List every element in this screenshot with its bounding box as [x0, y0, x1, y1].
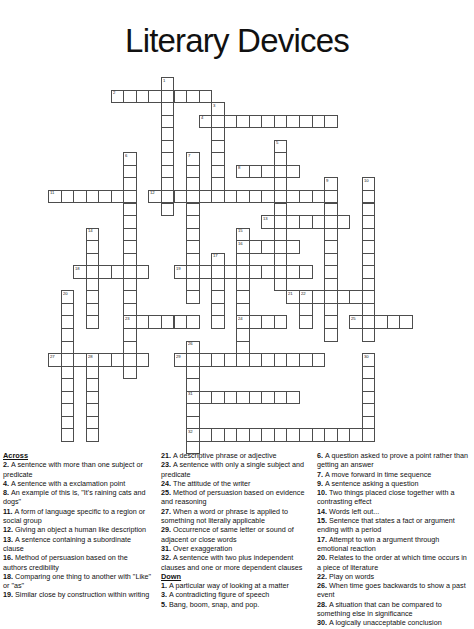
grid-cell-r9c10[interactable]	[174, 190, 188, 204]
grid-cell-r22c15[interactable]	[236, 353, 250, 367]
clue-19-across: 19. Similar close by construction within…	[3, 590, 153, 599]
grid-cell-r15c20[interactable]	[299, 265, 313, 279]
grid-cell-r21c6[interactable]	[123, 341, 137, 355]
grid-cell-r9c13[interactable]	[211, 190, 225, 204]
grid-cell-r21c15[interactable]	[236, 341, 250, 355]
grid-cell-r28c18[interactable]	[274, 428, 288, 442]
grid-cell-r11c20[interactable]	[299, 215, 313, 229]
grid-cell-r12c11[interactable]	[186, 228, 200, 242]
clue-3-down: 3. A contradicting figure of speech	[161, 590, 314, 599]
grid-cell-r14c3[interactable]	[86, 253, 100, 267]
grid-cell-r13c15[interactable]	[236, 240, 250, 254]
grid-cell-r11c22[interactable]	[324, 215, 338, 229]
grid-cell-r5c9[interactable]	[161, 140, 175, 154]
grid-cell-r19c20[interactable]	[299, 315, 313, 329]
grid-cell-r1c12[interactable]	[199, 90, 213, 104]
grid-cell-r8c22[interactable]	[324, 177, 338, 191]
grid-cell-r15c16[interactable]	[249, 265, 263, 279]
grid-cell-r2c9[interactable]	[161, 102, 175, 116]
grid-cell-r7c18[interactable]	[274, 165, 288, 179]
grid-cell-r13c25[interactable]	[362, 240, 376, 254]
grid-cell-r17c23[interactable]	[337, 290, 351, 304]
grid-cell-r21c1[interactable]	[61, 341, 75, 355]
grid-cell-r22c5[interactable]	[111, 353, 125, 367]
grid-cell-r23c3[interactable]	[86, 366, 100, 380]
grid-cell-r11c23[interactable]	[337, 215, 351, 229]
grid-cell-r9c2[interactable]	[73, 190, 87, 204]
grid-cell-r16c15[interactable]	[236, 278, 250, 292]
grid-cell-r12c6[interactable]	[123, 228, 137, 242]
clue-10-down: 10. Two things placed close together wit…	[317, 488, 471, 507]
grid-cell-r27c3[interactable]	[86, 416, 100, 430]
grid-cell-r15c10[interactable]	[174, 265, 188, 279]
grid-cell-r16c25[interactable]	[362, 278, 376, 292]
grid-cell-r19c26[interactable]	[374, 315, 388, 329]
clue-5-down: 5. Bang, boom, snap, and pop.	[161, 600, 314, 609]
grid-cell-r28c15[interactable]	[236, 428, 250, 442]
grid-cell-r10c9[interactable]	[161, 203, 175, 217]
grid-cell-r7c6[interactable]	[123, 165, 137, 179]
grid-cell-r26c11[interactable]	[186, 403, 200, 417]
grid-cell-r22c25[interactable]	[362, 353, 376, 367]
grid-cell-r8c9[interactable]	[161, 177, 175, 191]
grid-cell-r19c10[interactable]	[174, 315, 188, 329]
grid-cell-r8c25[interactable]	[362, 177, 376, 191]
grid-cell-r28c23[interactable]	[337, 428, 351, 442]
grid-cell-r11c6[interactable]	[123, 215, 137, 229]
grid-cell-r13c18[interactable]	[274, 240, 288, 254]
clue-31-across: 31. Over exaggeration	[161, 544, 314, 553]
grid-cell-r3c15[interactable]	[236, 115, 250, 129]
grid-cell-r17c15[interactable]	[236, 290, 250, 304]
grid-cell-r13c22[interactable]	[324, 240, 338, 254]
grid-cell-r13c17[interactable]	[261, 240, 275, 254]
clue-column-3: 6. A question asked to prove a point rat…	[317, 451, 471, 628]
grid-cell-r15c13[interactable]	[211, 265, 225, 279]
clue-11-across: 11. A form of language specific to a reg…	[3, 507, 153, 526]
grid-cell-r22c6[interactable]	[123, 353, 137, 367]
grid-cell-r25c25[interactable]	[362, 391, 376, 405]
clue-25-across: 25. Method of persuasion based on eviden…	[161, 488, 314, 507]
grid-cell-r17c24[interactable]	[349, 290, 363, 304]
grid-cell-r4c13[interactable]	[211, 127, 225, 141]
grid-cell-r22c10[interactable]	[174, 353, 188, 367]
clue-9-down: 9. A sentence asking a question	[317, 479, 471, 488]
grid-cell-r9c20[interactable]	[299, 190, 313, 204]
clue-1-down: 1. A particular way of looking at a matt…	[161, 581, 314, 590]
clue-30-down: 30. A logically unacceptable conclusion	[317, 618, 471, 627]
grid-cell-r28c20[interactable]	[299, 428, 313, 442]
clue-4-across: 4. A sentence with a exclamation point	[3, 479, 153, 488]
grid-cell-r12c15[interactable]	[236, 228, 250, 242]
grid-cell-r12c3[interactable]	[86, 228, 100, 242]
grid-cell-r9c15[interactable]	[236, 190, 250, 204]
grid-cell-r25c1[interactable]	[61, 391, 75, 405]
grid-cell-r21c11[interactable]	[186, 341, 200, 355]
clue-17-down: 17. Attempt to win a argument through em…	[317, 535, 471, 554]
grid-cell-r7c15[interactable]	[236, 165, 250, 179]
grid-cell-r27c11[interactable]	[186, 416, 200, 430]
clue-29-across: 29. Occurrence of same letter or sound o…	[161, 525, 314, 544]
grid-cell-r15c12[interactable]	[199, 265, 213, 279]
grid-cell-r8c11[interactable]	[186, 177, 200, 191]
grid-cell-r9c1[interactable]	[61, 190, 75, 204]
grid-cell-r22c21[interactable]	[312, 353, 326, 367]
grid-cell-r9c5[interactable]	[111, 190, 125, 204]
grid-cell-r19c1[interactable]	[61, 315, 75, 329]
clue-7-down: 7. A move forward in time sequence	[317, 470, 471, 479]
grid-cell-r9c8[interactable]	[148, 190, 162, 204]
grid-cell-r18c3[interactable]	[86, 303, 100, 317]
grid-cell-r15c5[interactable]	[111, 265, 125, 279]
grid-cell-r25c14[interactable]	[224, 391, 238, 405]
crossword-grid: 2481112131618192123242527293132135679101…	[48, 77, 414, 455]
grid-cell-r12c18[interactable]	[274, 228, 288, 242]
grid-cell-r22c14[interactable]	[224, 353, 238, 367]
grid-cell-r26c1[interactable]	[61, 403, 75, 417]
grid-cell-r16c3[interactable]	[86, 278, 100, 292]
grid-cell-r16c13[interactable]	[211, 278, 225, 292]
grid-cell-r6c9[interactable]	[161, 152, 175, 166]
grid-cell-r15c6[interactable]	[123, 265, 137, 279]
grid-cell-r22c2[interactable]	[73, 353, 87, 367]
grid-cell-r15c11[interactable]	[186, 265, 200, 279]
grid-cell-r28c11[interactable]	[186, 428, 200, 442]
grid-cell-r25c17[interactable]	[261, 391, 275, 405]
grid-cell-r4c9[interactable]	[161, 127, 175, 141]
clue-2-across: 2. A sentence with more than one subject…	[3, 460, 153, 479]
grid-cell-r7c9[interactable]	[161, 165, 175, 179]
grid-cell-r14c13[interactable]	[211, 253, 225, 267]
grid-cell-r3c20[interactable]	[299, 115, 313, 129]
grid-cell-r20c6[interactable]	[123, 328, 137, 342]
grid-cell-r1c5[interactable]	[111, 90, 125, 104]
grid-cell-r13c19[interactable]	[286, 240, 300, 254]
grid-cell-r14c25[interactable]	[362, 253, 376, 267]
grid-cell-r12c25[interactable]	[362, 228, 376, 242]
grid-cell-r16c11[interactable]	[186, 278, 200, 292]
grid-cell-r6c11[interactable]	[186, 152, 200, 166]
clue-6-down: 6. A question asked to prove a point rat…	[317, 451, 471, 470]
grid-cell-r11c18[interactable]	[274, 215, 288, 229]
grid-cell-r8c13[interactable]	[211, 177, 225, 191]
grid-cell-r23c6[interactable]	[123, 366, 137, 380]
clue-26-down: 26. When time goes backwards to show a p…	[317, 581, 471, 600]
grid-cell-r28c13[interactable]	[211, 428, 225, 442]
grid-cell-r3c17[interactable]	[261, 115, 275, 129]
grid-cell-r15c22[interactable]	[324, 265, 338, 279]
grid-cell-r11c21[interactable]	[312, 215, 326, 229]
grid-cell-r18c25[interactable]	[362, 303, 376, 317]
clue-32-across: 32. A sentence with two plus independent…	[161, 553, 314, 572]
grid-cell-r15c7[interactable]	[136, 265, 150, 279]
grid-cell-r19c27[interactable]	[387, 315, 401, 329]
grid-cell-r3c22[interactable]	[324, 115, 338, 129]
grid-cell-r15c18[interactable]	[274, 265, 288, 279]
grid-cell-r17c20[interactable]	[299, 290, 313, 304]
grid-cell-r17c3[interactable]	[86, 290, 100, 304]
grid-cell-r28c14[interactable]	[224, 428, 238, 442]
grid-cell-r14c6[interactable]	[123, 253, 137, 267]
grid-cell-r10c22[interactable]	[324, 203, 338, 217]
grid-cell-r9c22[interactable]	[324, 190, 338, 204]
grid-cell-r5c18[interactable]	[274, 140, 288, 154]
grid-cell-r28c16[interactable]	[249, 428, 263, 442]
grid-cell-r15c3[interactable]	[86, 265, 100, 279]
grid-cell-r28c17[interactable]	[261, 428, 275, 442]
grid-cell-r7c19[interactable]	[286, 165, 300, 179]
grid-cell-r13c16[interactable]	[249, 240, 263, 254]
grid-cell-r15c17[interactable]	[261, 265, 275, 279]
grid-cell-r9c14[interactable]	[224, 190, 238, 204]
grid-cell-r19c16[interactable]	[249, 315, 263, 329]
grid-cell-r22c4[interactable]	[98, 353, 112, 367]
clue-23-across: 23. A sentence with only a single subjec…	[161, 460, 314, 479]
grid-cell-r3c14[interactable]	[224, 115, 238, 129]
clue-28-down: 28. A situation that can be compared to …	[317, 600, 471, 619]
grid-cell-r19c13[interactable]	[211, 315, 225, 329]
grid-cell-r16c18[interactable]	[274, 278, 288, 292]
grid-cell-r20c25[interactable]	[362, 328, 376, 342]
grid-cell-r20c1[interactable]	[61, 328, 75, 342]
grid-cell-r19c17[interactable]	[261, 315, 275, 329]
grid-cell-r18c22[interactable]	[324, 303, 338, 317]
grid-cell-r18c6[interactable]	[123, 303, 137, 317]
grid-cell-r28c12[interactable]	[199, 428, 213, 442]
grid-cell-r22c7[interactable]	[136, 353, 150, 367]
grid-cell-r25c13[interactable]	[211, 391, 225, 405]
grid-cell-r19c3[interactable]	[86, 315, 100, 329]
grid-cell-r7c17[interactable]	[261, 165, 275, 179]
grid-cell-r19c8[interactable]	[148, 315, 162, 329]
grid-cell-r9c25[interactable]	[362, 190, 376, 204]
grid-cell-r23c1[interactable]	[61, 366, 75, 380]
grid-cell-r3c16[interactable]	[249, 115, 263, 129]
clue-14-down: 14. Words left out...	[317, 507, 471, 516]
grid-cell-r13c3[interactable]	[86, 240, 100, 254]
grid-cell-r15c4[interactable]	[98, 265, 112, 279]
grid-cell-r3c9[interactable]	[161, 115, 175, 129]
grid-cell-r1c10[interactable]	[174, 90, 188, 104]
grid-cell-r22c16[interactable]	[249, 353, 263, 367]
grid-cell-r9c9[interactable]	[161, 190, 175, 204]
clue-21-across: 21. A descriptive phrase or adjective	[161, 451, 314, 460]
grid-cell-r19c15[interactable]	[236, 315, 250, 329]
grid-cell-r9c3[interactable]	[86, 190, 100, 204]
grid-cell-r19c28[interactable]	[399, 315, 413, 329]
grid-cell-r6c18[interactable]	[274, 152, 288, 166]
grid-cell-r25c16[interactable]	[249, 391, 263, 405]
grid-cell-r27c1[interactable]	[61, 416, 75, 430]
grid-cell-r24c11[interactable]	[186, 378, 200, 392]
down-header: Down	[161, 572, 314, 581]
grid-cell-r19c6[interactable]	[123, 315, 137, 329]
grid-cell-r25c18[interactable]	[274, 391, 288, 405]
grid-cell-r9c6[interactable]	[123, 190, 137, 204]
grid-cell-r6c13[interactable]	[211, 152, 225, 166]
grid-cell-r17c22[interactable]	[324, 290, 338, 304]
grid-cell-r7c11[interactable]	[186, 165, 200, 179]
grid-cell-r1c7[interactable]	[136, 90, 150, 104]
grid-cell-r7c13[interactable]	[211, 165, 225, 179]
grid-cell-r23c11[interactable]	[186, 366, 200, 380]
grid-cell-r8c18[interactable]	[274, 177, 288, 191]
grid-cell-r24c25[interactable]	[362, 378, 376, 392]
grid-cell-r22c17[interactable]	[261, 353, 275, 367]
grid-cell-r13c11[interactable]	[186, 240, 200, 254]
clue-27-across: 27. When a word or phrase is applied to …	[161, 507, 314, 526]
grid-cell-r11c11[interactable]	[186, 215, 200, 229]
grid-cell-r22c1[interactable]	[61, 353, 75, 367]
grid-cell-r17c19[interactable]	[286, 290, 300, 304]
grid-cell-r28c3[interactable]	[86, 428, 100, 442]
grid-cell-r25c19[interactable]	[286, 391, 300, 405]
grid-cell-r24c1[interactable]	[61, 378, 75, 392]
grid-cell-r9c17[interactable]	[261, 190, 275, 204]
worksheet-page: Literary Devices 24811121316181921232425…	[0, 0, 474, 629]
grid-cell-r11c19[interactable]	[286, 215, 300, 229]
grid-cell-r3c13[interactable]	[211, 115, 225, 129]
grid-cell-r18c15[interactable]	[236, 303, 250, 317]
clue-20-down: 20. Relates to the order at which time o…	[317, 553, 471, 572]
grid-cell-r26c3[interactable]	[86, 403, 100, 417]
clue-8-across: 8. An example of this is, "It's raining …	[3, 488, 153, 507]
grid-cell-r7c16[interactable]	[249, 165, 263, 179]
grid-cell-r9c12[interactable]	[199, 190, 213, 204]
grid-cell-r9c16[interactable]	[249, 190, 263, 204]
grid-cell-r19c22[interactable]	[324, 315, 338, 329]
grid-cell-r23c25[interactable]	[362, 366, 376, 380]
grid-cell-r1c9[interactable]	[161, 90, 175, 104]
grid-cell-r22c11[interactable]	[186, 353, 200, 367]
grid-cell-r20c15[interactable]	[236, 328, 250, 342]
clue-12-across: 12. Giving an object a human like descri…	[3, 525, 153, 534]
grid-cell-r22c18[interactable]	[274, 353, 288, 367]
clue-22-down: 22. Play on words	[317, 572, 471, 581]
grid-cell-r22c13[interactable]	[211, 353, 225, 367]
grid-cell-r6c6[interactable]	[123, 152, 137, 166]
grid-cell-r1c8[interactable]	[148, 90, 162, 104]
grid-cell-r15c2[interactable]	[73, 265, 87, 279]
grid-cell-r20c22[interactable]	[324, 328, 338, 342]
grid-cell-r28c22[interactable]	[324, 428, 338, 442]
grid-cell-r28c19[interactable]	[286, 428, 300, 442]
grid-cell-r9c18[interactable]	[274, 190, 288, 204]
grid-cell-r17c13[interactable]	[211, 290, 225, 304]
across-header: Across	[3, 451, 153, 460]
grid-cell-r19c9[interactable]	[161, 315, 175, 329]
grid-cell-r22c20[interactable]	[299, 353, 313, 367]
grid-cell-r13c6[interactable]	[123, 240, 137, 254]
clue-24-across: 24. The attitude of the writer	[161, 479, 314, 488]
grid-cell-r14c18[interactable]	[274, 253, 288, 267]
grid-cell-r5c13[interactable]	[211, 140, 225, 154]
grid-cell-r19c18[interactable]	[274, 315, 288, 329]
grid-cell-r0c9[interactable]	[161, 77, 175, 91]
grid-cell-r15c25[interactable]	[362, 265, 376, 279]
grid-cell-r1c6[interactable]	[123, 90, 137, 104]
grid-cell-r10c18[interactable]	[274, 203, 288, 217]
grid-cell-r25c11[interactable]	[186, 391, 200, 405]
grid-cell-r17c11[interactable]	[186, 290, 200, 304]
grid-cell-r27c25[interactable]	[362, 416, 376, 430]
grid-cell-r25c12[interactable]	[199, 391, 213, 405]
grid-cell-r10c6[interactable]	[123, 203, 137, 217]
grid-cell-r28c1[interactable]	[61, 428, 75, 442]
clue-column-2: 21. A descriptive phrase or adjective23.…	[161, 451, 314, 609]
grid-cell-r19c11[interactable]	[186, 315, 200, 329]
grid-cell-r3c12[interactable]	[199, 115, 213, 129]
grid-cell-r19c7[interactable]	[136, 315, 150, 329]
grid-cell-r11c25[interactable]	[362, 215, 376, 229]
page-title: Literary Devices	[0, 22, 474, 60]
grid-cell-r10c11[interactable]	[186, 203, 200, 217]
grid-cell-r25c3[interactable]	[86, 391, 100, 405]
grid-cell-r28c21[interactable]	[312, 428, 326, 442]
grid-cell-r17c1[interactable]	[61, 290, 75, 304]
grid-cell-r16c22[interactable]	[324, 278, 338, 292]
grid-cell-r8c6[interactable]	[123, 177, 137, 191]
grid-cell-r26c25[interactable]	[362, 403, 376, 417]
grid-cell-r12c22[interactable]	[324, 228, 338, 242]
grid-cell-r17c21[interactable]	[312, 290, 326, 304]
grid-cell-r24c3[interactable]	[86, 378, 100, 392]
grid-cell-r22c3[interactable]	[86, 353, 100, 367]
grid-cell-r17c25[interactable]	[362, 290, 376, 304]
grid-cell-r14c15[interactable]	[236, 253, 250, 267]
grid-cell-r19c24[interactable]	[349, 315, 363, 329]
grid-cell-r22c12[interactable]	[199, 353, 213, 367]
grid-cell-r22c19[interactable]	[286, 353, 300, 367]
grid-cell-r14c22[interactable]	[324, 253, 338, 267]
grid-cell-r22c0[interactable]	[48, 353, 62, 367]
grid-cell-r2c13[interactable]	[211, 102, 225, 116]
grid-cell-r3c21[interactable]	[312, 115, 326, 129]
grid-cell-r16c6[interactable]	[123, 278, 137, 292]
clue-18-across: 18. Comparing one thing to another with …	[3, 572, 153, 591]
grid-cell-r25c15[interactable]	[236, 391, 250, 405]
grid-cell-r14c11[interactable]	[186, 253, 200, 267]
clue-15-down: 15. Sentence that states a fact or argum…	[317, 516, 471, 535]
grid-cell-r9c0[interactable]	[48, 190, 62, 204]
grid-cell-r18c1[interactable]	[61, 303, 75, 317]
grid-cell-r28c25[interactable]	[362, 428, 376, 442]
clue-13-across: 13. A sentence containing a subordinate …	[3, 535, 153, 554]
grid-cell-r9c11[interactable]	[186, 190, 200, 204]
clue-16-across: 16. Method of persuasion based on the au…	[3, 553, 153, 572]
grid-cell-r9c19[interactable]	[286, 190, 300, 204]
grid-cell-r15c14[interactable]	[224, 265, 238, 279]
grid-cell-r11c17[interactable]	[261, 215, 275, 229]
grid-cell-r15c19[interactable]	[286, 265, 300, 279]
grid-cell-r18c20[interactable]	[299, 303, 313, 317]
grid-cell-r3c18[interactable]	[274, 115, 288, 129]
grid-cell-r28c24[interactable]	[349, 428, 363, 442]
grid-cell-r18c13[interactable]	[211, 303, 225, 317]
grid-cell-r9c4[interactable]	[98, 190, 112, 204]
grid-cell-r9c21[interactable]	[312, 190, 326, 204]
grid-cell-r1c11[interactable]	[186, 90, 200, 104]
grid-cell-r19c25[interactable]	[362, 315, 376, 329]
grid-cell-r3c19[interactable]	[286, 115, 300, 129]
grid-cell-r10c25[interactable]	[362, 203, 376, 217]
grid-cell-r15c15[interactable]	[236, 265, 250, 279]
clue-column-1: Across2. A sentence with more than one s…	[3, 451, 153, 600]
grid-cell-r17c6[interactable]	[123, 290, 137, 304]
